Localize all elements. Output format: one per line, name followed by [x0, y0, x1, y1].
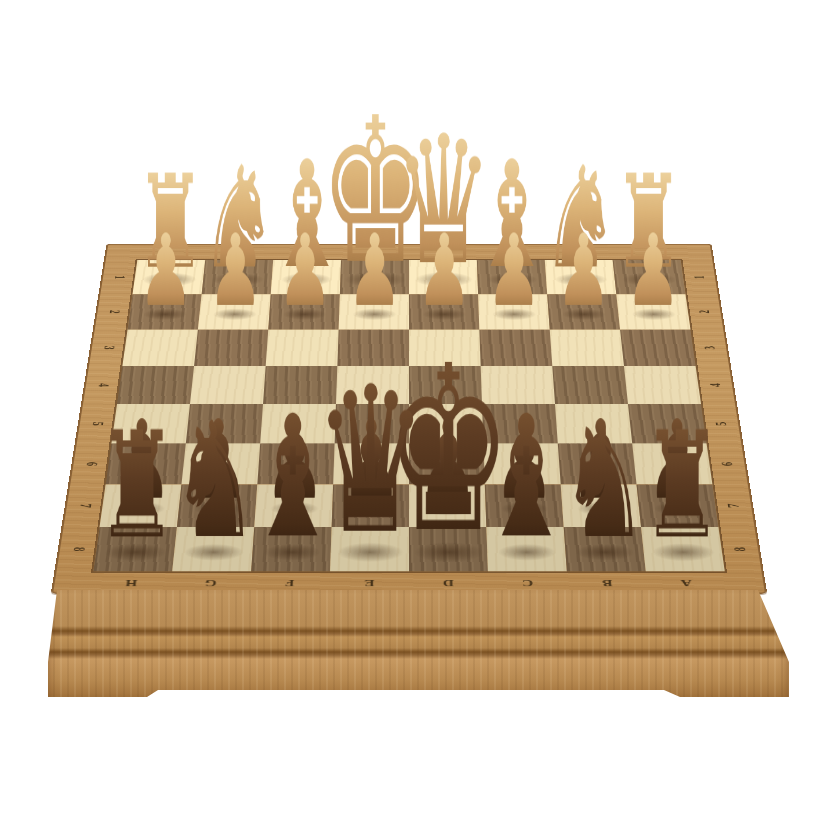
rank-label-left-4: 4: [94, 383, 110, 387]
box-base-front: [46, 588, 791, 700]
file-label-f: F: [285, 577, 295, 587]
piece-shadow: [631, 309, 676, 321]
square-b3: [550, 329, 624, 366]
file-label-d: D: [443, 577, 454, 587]
file-labels-near-rail: HGFEDCBA: [90, 573, 727, 592]
piece-white-pawn-f2: ♟: [277, 221, 332, 320]
square-h3: [122, 329, 198, 366]
square-g3: [194, 329, 268, 366]
piece-shadow: [182, 544, 244, 561]
piece-shadow: [574, 544, 636, 561]
file-label-g: G: [204, 577, 217, 587]
piece-black-bishop-f8: ♝: [245, 393, 339, 561]
square-a2: ♟: [616, 294, 690, 329]
square-h8: ♜: [93, 527, 177, 571]
square-c8: ♝: [486, 527, 566, 571]
square-e8: ♛: [330, 527, 409, 571]
piece-black-rook-a8: ♜: [641, 413, 723, 560]
piece-white-pawn-h2: ♟: [138, 221, 193, 320]
piece-shadow: [561, 309, 606, 321]
piece-shadow: [142, 309, 187, 321]
square-h2: ♟: [128, 294, 202, 329]
square-b8: ♞: [564, 527, 646, 571]
piece-shadow: [262, 544, 321, 561]
piece-shadow: [282, 309, 327, 321]
rank-label-right-8: 8: [731, 547, 749, 551]
piece-shadow: [212, 309, 257, 321]
square-a8: ♜: [641, 527, 725, 571]
piece-white-pawn-e2: ♟: [347, 221, 402, 320]
piece-black-knight-b8: ♞: [559, 401, 648, 561]
square-f2: ♟: [268, 294, 340, 329]
rank-label-right-4: 4: [707, 383, 723, 387]
square-b2: ♟: [547, 294, 620, 329]
rank-label-left-2: 2: [105, 310, 121, 313]
file-label-c: C: [522, 577, 534, 587]
rank-label-left-7: 7: [76, 503, 93, 507]
rank-label-right-2: 2: [697, 310, 713, 313]
square-g2: ♟: [198, 294, 271, 329]
piece-shadow: [651, 543, 715, 561]
piece-black-rook-h8: ♜: [95, 413, 177, 560]
file-label-b: B: [602, 577, 613, 587]
file-label-h: H: [125, 577, 138, 587]
board-squares: ♜♞♝♚♛♝♞♜♟♟♟♟♟♟♟♟♟♟♟♟♟♟♟♟♜♞♝♛♚♝♞♜: [93, 260, 724, 571]
piece-white-pawn-d2: ♟: [416, 221, 471, 320]
rank-label-right-3: 3: [702, 346, 718, 350]
chess-board: ♜♞♝♚♛♝♞♜♟♟♟♟♟♟♟♟♟♟♟♟♟♟♟♟♜♞♝♛♚♝♞♜ 1234567…: [51, 244, 767, 594]
piece-shadow: [497, 544, 556, 561]
piece-white-pawn-b2: ♟: [555, 221, 610, 320]
rank-label-right-7: 7: [725, 503, 742, 507]
rank-label-left-3: 3: [100, 346, 116, 350]
piece-white-pawn-c2: ♟: [486, 221, 541, 320]
rank-label-left-1: 1: [111, 275, 127, 278]
square-f8: ♝: [251, 527, 331, 571]
piece-shadow: [336, 543, 403, 562]
file-label-e: E: [364, 577, 374, 587]
file-label-a: A: [680, 577, 692, 587]
square-a3: [620, 329, 696, 366]
rank-label-right-1: 1: [692, 275, 708, 278]
piece-shadow: [103, 543, 167, 561]
square-g8: ♞: [172, 527, 254, 571]
piece-white-pawn-a2: ♟: [625, 221, 680, 320]
chess-set-photo: ♜♞♝♚♛♝♞♜♟♟♟♟♟♟♟♟♟♟♟♟♟♟♟♟♜♞♝♛♚♝♞♜ 1234567…: [0, 0, 815, 815]
piece-shadow: [413, 542, 484, 563]
piece-black-knight-g8: ♞: [170, 401, 259, 561]
piece-white-pawn-g2: ♟: [207, 221, 262, 320]
piece-black-bishop-c8: ♝: [479, 393, 573, 561]
rank-label-left-8: 8: [69, 547, 87, 551]
